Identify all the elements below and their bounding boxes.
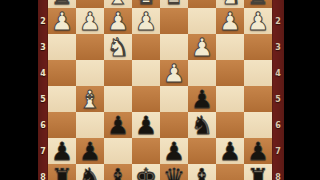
square-d2 bbox=[160, 8, 188, 34]
square-b5 bbox=[216, 86, 244, 112]
white-pawn: ♟ bbox=[219, 9, 241, 35]
rank-label-right-2: 2 bbox=[272, 8, 284, 34]
white-queen: ♛ bbox=[163, 0, 185, 9]
square-h7: ♟ bbox=[48, 138, 76, 164]
square-h6 bbox=[48, 112, 76, 138]
white-bishop: ♝ bbox=[79, 87, 101, 113]
square-c2 bbox=[188, 8, 216, 34]
square-g3 bbox=[76, 34, 104, 60]
square-b2: ♟ bbox=[216, 8, 244, 34]
rank-label-left-2: 2 bbox=[38, 8, 48, 34]
rank-label-right-1: 1 bbox=[272, 0, 284, 8]
letterbox-left bbox=[0, 0, 38, 180]
square-b7: ♟ bbox=[216, 138, 244, 164]
rank-label-left-4: 4 bbox=[38, 60, 48, 86]
rank-label-right-5: 5 bbox=[272, 86, 284, 112]
rank-label-left-1: 1 bbox=[38, 0, 48, 8]
white-pawn: ♟ bbox=[51, 9, 73, 35]
square-e2: ♟ bbox=[132, 8, 160, 34]
square-g6 bbox=[76, 112, 104, 138]
square-a6 bbox=[244, 112, 272, 138]
black-pawn: ♟ bbox=[191, 87, 213, 113]
square-a4 bbox=[244, 60, 272, 86]
square-f3: ♞ bbox=[104, 34, 132, 60]
square-b3 bbox=[216, 34, 244, 60]
square-a3 bbox=[244, 34, 272, 60]
square-f7 bbox=[104, 138, 132, 164]
square-d7: ♟ bbox=[160, 138, 188, 164]
square-d8: ♛ bbox=[160, 164, 188, 180]
square-f6: ♟ bbox=[104, 112, 132, 138]
square-g4 bbox=[76, 60, 104, 86]
square-c6: ♞ bbox=[188, 112, 216, 138]
square-h5 bbox=[48, 86, 76, 112]
square-g8: ♞ bbox=[76, 164, 104, 180]
square-c8: ♝ bbox=[188, 164, 216, 180]
black-bishop: ♝ bbox=[191, 165, 213, 180]
square-c5: ♟ bbox=[188, 86, 216, 112]
square-b4 bbox=[216, 60, 244, 86]
square-b8 bbox=[216, 164, 244, 180]
rank-label-right-8: 8 bbox=[272, 164, 284, 180]
white-pawn: ♟ bbox=[191, 35, 213, 61]
chess-board: ♜♝♚♛♞♜♟♟♟♟♟♟♞♟♟♝♟♟♟♞♟♟♟♟♟♜♞♝♚♛♝♜ bbox=[48, 0, 272, 180]
rank-label-right-6: 6 bbox=[272, 112, 284, 138]
black-bishop: ♝ bbox=[107, 165, 129, 180]
square-c7 bbox=[188, 138, 216, 164]
letterbox-right bbox=[284, 0, 320, 180]
square-f2: ♟ bbox=[104, 8, 132, 34]
black-pawn: ♟ bbox=[51, 139, 73, 165]
black-pawn: ♟ bbox=[135, 113, 157, 139]
rank-label-left-8: 8 bbox=[38, 164, 48, 180]
rank-label-left-5: 5 bbox=[38, 86, 48, 112]
square-c4 bbox=[188, 60, 216, 86]
square-h3 bbox=[48, 34, 76, 60]
square-f5 bbox=[104, 86, 132, 112]
black-pawn: ♟ bbox=[79, 139, 101, 165]
square-e3 bbox=[132, 34, 160, 60]
black-rook: ♜ bbox=[51, 165, 73, 180]
video-frame: ♜♝♚♛♞♜♟♟♟♟♟♟♞♟♟♝♟♟♟♞♟♟♟♟♟♜♞♝♚♛♝♜ 1122334… bbox=[0, 0, 320, 180]
square-d3 bbox=[160, 34, 188, 60]
black-king: ♚ bbox=[135, 165, 157, 180]
rank-label-right-4: 4 bbox=[272, 60, 284, 86]
black-pawn: ♟ bbox=[107, 113, 129, 139]
square-e5 bbox=[132, 86, 160, 112]
square-c3: ♟ bbox=[188, 34, 216, 60]
square-h2: ♟ bbox=[48, 8, 76, 34]
rank-label-left-7: 7 bbox=[38, 138, 48, 164]
square-f4 bbox=[104, 60, 132, 86]
square-a7: ♟ bbox=[244, 138, 272, 164]
black-knight: ♞ bbox=[191, 113, 213, 139]
square-e4 bbox=[132, 60, 160, 86]
rank-label-right-7: 7 bbox=[272, 138, 284, 164]
square-d4: ♟ bbox=[160, 60, 188, 86]
black-knight: ♞ bbox=[79, 165, 101, 180]
black-pawn: ♟ bbox=[247, 139, 269, 165]
square-g2: ♟ bbox=[76, 8, 104, 34]
square-h8: ♜ bbox=[48, 164, 76, 180]
white-pawn: ♟ bbox=[163, 61, 185, 87]
square-a8: ♜ bbox=[244, 164, 272, 180]
square-c1 bbox=[188, 0, 216, 8]
rank-label-left-6: 6 bbox=[38, 112, 48, 138]
black-rook: ♜ bbox=[247, 165, 269, 180]
square-b6 bbox=[216, 112, 244, 138]
square-f8: ♝ bbox=[104, 164, 132, 180]
square-d1: ♛ bbox=[160, 0, 188, 8]
square-g5: ♝ bbox=[76, 86, 104, 112]
square-g7: ♟ bbox=[76, 138, 104, 164]
white-pawn: ♟ bbox=[79, 9, 101, 35]
square-a2: ♟ bbox=[244, 8, 272, 34]
square-d5 bbox=[160, 86, 188, 112]
rank-label-right-3: 3 bbox=[272, 34, 284, 60]
square-e6: ♟ bbox=[132, 112, 160, 138]
white-pawn: ♟ bbox=[107, 9, 129, 35]
white-pawn: ♟ bbox=[247, 9, 269, 35]
square-e7 bbox=[132, 138, 160, 164]
square-e8: ♚ bbox=[132, 164, 160, 180]
square-a5 bbox=[244, 86, 272, 112]
white-pawn: ♟ bbox=[135, 9, 157, 35]
square-d6 bbox=[160, 112, 188, 138]
square-h4 bbox=[48, 60, 76, 86]
white-knight: ♞ bbox=[107, 35, 129, 61]
black-queen: ♛ bbox=[163, 165, 185, 180]
rank-label-left-3: 3 bbox=[38, 34, 48, 60]
black-pawn: ♟ bbox=[219, 139, 241, 165]
black-pawn: ♟ bbox=[163, 139, 185, 165]
